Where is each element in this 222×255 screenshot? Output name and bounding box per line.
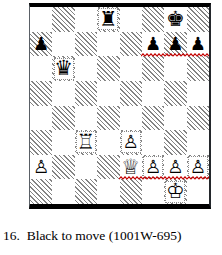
square-b6[interactable]: ♛ — [52, 56, 74, 81]
square-c6[interactable] — [75, 56, 97, 81]
square-a3[interactable] — [30, 130, 52, 155]
square-f8[interactable] — [142, 7, 164, 32]
chess-board-grid: ♜♚♟♟♟♟♛♜♖♟♙♟♙♛♕♟♙♟♙♟♙♚♔ — [30, 7, 209, 204]
square-f4[interactable] — [142, 106, 164, 131]
square-b1[interactable] — [52, 179, 74, 204]
square-e7[interactable] — [120, 32, 142, 57]
red-wavy-underline-rank2 — [119, 176, 209, 180]
square-e1[interactable] — [120, 179, 142, 204]
white-rook-c3: ♜♖ — [75, 130, 97, 155]
square-d7[interactable] — [97, 32, 119, 57]
square-h5[interactable] — [187, 81, 209, 106]
square-d5[interactable] — [97, 81, 119, 106]
square-a1[interactable] — [30, 179, 52, 204]
square-b8[interactable] — [52, 7, 74, 32]
square-d3[interactable] — [97, 130, 119, 155]
square-b2[interactable] — [52, 155, 74, 180]
caption: 16. Black to move (1001W-695) — [3, 228, 181, 244]
square-a5[interactable] — [30, 81, 52, 106]
square-a2[interactable]: ♟♙ — [30, 155, 52, 180]
square-e5[interactable] — [120, 81, 142, 106]
square-d6[interactable] — [97, 56, 119, 81]
square-e6[interactable] — [120, 56, 142, 81]
square-g3[interactable] — [164, 130, 186, 155]
square-b4[interactable] — [52, 106, 74, 131]
square-d4[interactable] — [97, 106, 119, 131]
black-rook-d8: ♜ — [97, 7, 119, 32]
white-king-g1: ♚♔ — [164, 179, 186, 204]
square-c8[interactable] — [75, 7, 97, 32]
square-a6[interactable] — [30, 56, 52, 81]
square-b3[interactable] — [52, 130, 74, 155]
square-f5[interactable] — [142, 81, 164, 106]
square-g6[interactable] — [164, 56, 186, 81]
square-g5[interactable] — [164, 81, 186, 106]
white-pawn-a2: ♟♙ — [30, 155, 52, 180]
black-pawn-a7: ♟ — [30, 32, 52, 57]
square-f1[interactable] — [142, 179, 164, 204]
square-d2[interactable] — [97, 155, 119, 180]
square-h1[interactable] — [187, 179, 209, 204]
square-e8[interactable] — [120, 7, 142, 32]
square-g1[interactable]: ♚♔ — [164, 179, 186, 204]
square-d8[interactable]: ♜ — [97, 7, 119, 32]
square-b7[interactable] — [52, 32, 74, 57]
square-b5[interactable] — [52, 81, 74, 106]
square-c4[interactable] — [75, 106, 97, 131]
square-h3[interactable] — [187, 130, 209, 155]
square-c3[interactable]: ♜♖ — [75, 130, 97, 155]
square-f6[interactable] — [142, 56, 164, 81]
square-c7[interactable] — [75, 32, 97, 57]
square-h8[interactable] — [187, 7, 209, 32]
square-g4[interactable] — [164, 106, 186, 131]
square-c1[interactable] — [75, 179, 97, 204]
square-a8[interactable] — [30, 7, 52, 32]
red-wavy-underline-rank7 — [141, 53, 209, 57]
square-e3[interactable]: ♟♙ — [120, 130, 142, 155]
square-c2[interactable] — [75, 155, 97, 180]
square-d1[interactable] — [97, 179, 119, 204]
black-queen-b6: ♛ — [52, 56, 74, 81]
square-h6[interactable] — [187, 56, 209, 81]
square-e4[interactable] — [120, 106, 142, 131]
white-pawn-e3: ♟♙ — [120, 130, 142, 155]
square-g8[interactable]: ♚ — [164, 7, 186, 32]
square-a4[interactable] — [30, 106, 52, 131]
square-f3[interactable] — [142, 130, 164, 155]
black-king-g8: ♚ — [164, 7, 186, 32]
square-a7[interactable]: ♟ — [30, 32, 52, 57]
square-h4[interactable] — [187, 106, 209, 131]
chess-diagram-page: ♜♚♟♟♟♟♛♜♖♟♙♟♙♛♕♟♙♟♙♟♙♚♔ 16. Black to mov… — [0, 0, 222, 255]
square-c5[interactable] — [75, 81, 97, 106]
